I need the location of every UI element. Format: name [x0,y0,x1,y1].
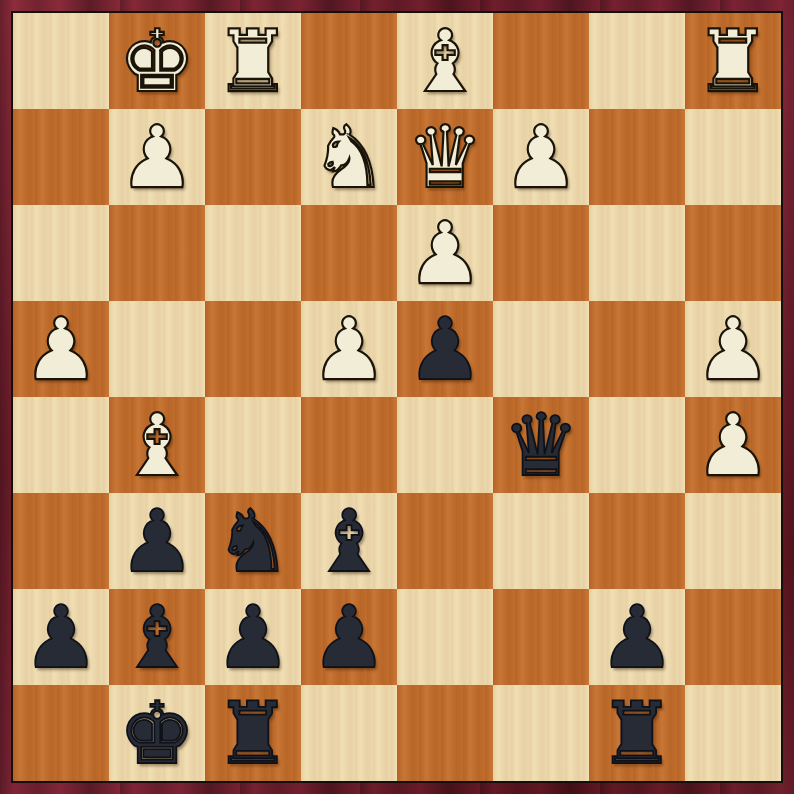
square-d8[interactable] [397,685,493,781]
square-e2[interactable]: ♞ [301,109,397,205]
square-b2[interactable] [589,109,685,205]
square-a8[interactable] [685,685,781,781]
piece-white-bishop-g5[interactable]: ♝ [118,397,195,493]
square-g5[interactable]: ♝ [109,397,205,493]
piece-black-pawn-f7[interactable]: ♟ [214,589,291,685]
square-g4[interactable] [109,301,205,397]
square-f4[interactable] [205,301,301,397]
square-d6[interactable] [397,493,493,589]
square-f8[interactable]: ♜ [205,685,301,781]
piece-black-rook-f8[interactable]: ♜ [214,685,291,781]
square-b7[interactable]: ♟ [589,589,685,685]
square-h8[interactable] [13,685,109,781]
square-d5[interactable] [397,397,493,493]
piece-black-queen-c5[interactable]: ♛ [502,397,579,493]
square-f2[interactable] [205,109,301,205]
square-b6[interactable] [589,493,685,589]
piece-white-knight-e2[interactable]: ♞ [310,109,387,205]
square-e3[interactable] [301,205,397,301]
square-e1[interactable] [301,13,397,109]
square-c7[interactable] [493,589,589,685]
square-c1[interactable] [493,13,589,109]
square-d1[interactable]: ♝ [397,13,493,109]
square-d3[interactable]: ♟ [397,205,493,301]
square-g2[interactable]: ♟ [109,109,205,205]
piece-black-knight-f6[interactable]: ♞ [214,493,291,589]
piece-white-king-g1[interactable]: ♚ [118,13,195,109]
piece-white-pawn-e4[interactable]: ♟ [310,301,387,397]
square-b3[interactable] [589,205,685,301]
piece-white-pawn-d3[interactable]: ♟ [406,205,483,301]
square-h2[interactable] [13,109,109,205]
piece-black-pawn-g6[interactable]: ♟ [118,493,195,589]
square-g7[interactable]: ♝ [109,589,205,685]
square-c5[interactable]: ♛ [493,397,589,493]
chess-board: ♚♜♝♜♟♞♛♟♟♟♟♟♟♝♛♟♟♞♝♟♝♟♟♟♚♜♜ [13,13,781,781]
square-f3[interactable] [205,205,301,301]
piece-white-pawn-g2[interactable]: ♟ [118,109,195,205]
square-c3[interactable] [493,205,589,301]
square-h6[interactable] [13,493,109,589]
square-a6[interactable] [685,493,781,589]
square-d7[interactable] [397,589,493,685]
piece-black-pawn-h7[interactable]: ♟ [22,589,99,685]
square-a4[interactable]: ♟ [685,301,781,397]
piece-white-bishop-d1[interactable]: ♝ [406,13,483,109]
square-c2[interactable]: ♟ [493,109,589,205]
board-inner-rule: ♚♜♝♜♟♞♛♟♟♟♟♟♟♝♛♟♟♞♝♟♝♟♟♟♚♜♜ [11,11,783,783]
square-a5[interactable]: ♟ [685,397,781,493]
piece-white-pawn-a5[interactable]: ♟ [694,397,771,493]
square-f7[interactable]: ♟ [205,589,301,685]
square-f6[interactable]: ♞ [205,493,301,589]
square-b4[interactable] [589,301,685,397]
square-h7[interactable]: ♟ [13,589,109,685]
square-c6[interactable] [493,493,589,589]
square-f1[interactable]: ♜ [205,13,301,109]
piece-black-rook-b8[interactable]: ♜ [598,685,675,781]
square-d2[interactable]: ♛ [397,109,493,205]
square-c8[interactable] [493,685,589,781]
square-a3[interactable] [685,205,781,301]
piece-white-pawn-h4[interactable]: ♟ [22,301,99,397]
square-a7[interactable] [685,589,781,685]
square-h4[interactable]: ♟ [13,301,109,397]
square-g1[interactable]: ♚ [109,13,205,109]
square-e7[interactable]: ♟ [301,589,397,685]
square-h5[interactable] [13,397,109,493]
square-e6[interactable]: ♝ [301,493,397,589]
square-f5[interactable] [205,397,301,493]
square-g3[interactable] [109,205,205,301]
piece-white-queen-d2[interactable]: ♛ [406,109,483,205]
square-h1[interactable] [13,13,109,109]
piece-white-rook-f1[interactable]: ♜ [214,13,291,109]
square-e4[interactable]: ♟ [301,301,397,397]
piece-black-pawn-b7[interactable]: ♟ [598,589,675,685]
square-b1[interactable] [589,13,685,109]
square-a2[interactable] [685,109,781,205]
piece-white-pawn-a4[interactable]: ♟ [694,301,771,397]
piece-white-rook-a1[interactable]: ♜ [694,13,771,109]
square-e8[interactable] [301,685,397,781]
piece-black-king-g8[interactable]: ♚ [118,685,195,781]
board-frame: ♚♜♝♜♟♞♛♟♟♟♟♟♟♝♛♟♟♞♝♟♝♟♟♟♚♜♜ [0,0,794,794]
square-e5[interactable] [301,397,397,493]
piece-white-pawn-c2[interactable]: ♟ [502,109,579,205]
square-c4[interactable] [493,301,589,397]
square-b8[interactable]: ♜ [589,685,685,781]
piece-black-bishop-g7[interactable]: ♝ [118,589,195,685]
piece-black-bishop-e6[interactable]: ♝ [310,493,387,589]
square-g8[interactable]: ♚ [109,685,205,781]
piece-black-pawn-e7[interactable]: ♟ [310,589,387,685]
square-b5[interactable] [589,397,685,493]
piece-black-pawn-d4[interactable]: ♟ [406,301,483,397]
square-a1[interactable]: ♜ [685,13,781,109]
square-g6[interactable]: ♟ [109,493,205,589]
square-h3[interactable] [13,205,109,301]
square-d4[interactable]: ♟ [397,301,493,397]
